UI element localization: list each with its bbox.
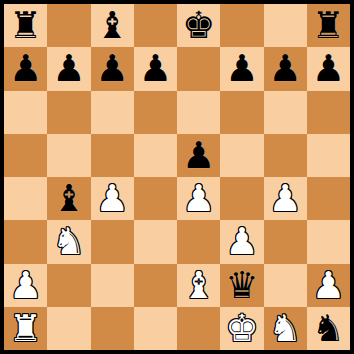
black-king[interactable]: ♚ bbox=[182, 7, 215, 44]
black-pawn[interactable]: ♟ bbox=[182, 137, 215, 174]
black-bishop[interactable]: ♝ bbox=[52, 180, 85, 217]
square-f6[interactable] bbox=[220, 91, 263, 134]
square-c4[interactable]: ♟ bbox=[91, 177, 134, 220]
white-knight[interactable]: ♞ bbox=[269, 310, 302, 347]
square-e5[interactable]: ♟ bbox=[177, 134, 220, 177]
black-pawn[interactable]: ♟ bbox=[225, 50, 258, 87]
black-pawn[interactable]: ♟ bbox=[52, 50, 85, 87]
square-a1[interactable]: ♜ bbox=[4, 307, 47, 350]
square-c2[interactable] bbox=[91, 264, 134, 307]
square-g7[interactable]: ♟ bbox=[264, 47, 307, 90]
square-b4[interactable]: ♝ bbox=[47, 177, 90, 220]
square-g5[interactable] bbox=[264, 134, 307, 177]
white-king[interactable]: ♚ bbox=[225, 310, 258, 347]
black-pawn[interactable]: ♟ bbox=[9, 50, 42, 87]
square-a2[interactable]: ♟ bbox=[4, 264, 47, 307]
square-c8[interactable]: ♝ bbox=[91, 4, 134, 47]
white-pawn[interactable]: ♟ bbox=[269, 180, 302, 217]
black-pawn[interactable]: ♟ bbox=[96, 50, 129, 87]
chess-board: ♜♝♚♜♟♟♟♟♟♟♟♟♝♟♟♟♞♟♟♝♛♟♜♚♞♞ bbox=[4, 4, 350, 350]
square-g1[interactable]: ♞ bbox=[264, 307, 307, 350]
white-bishop[interactable]: ♝ bbox=[182, 267, 215, 304]
square-e3[interactable] bbox=[177, 220, 220, 263]
square-d3[interactable] bbox=[134, 220, 177, 263]
square-b5[interactable] bbox=[47, 134, 90, 177]
white-pawn[interactable]: ♟ bbox=[96, 180, 129, 217]
square-a8[interactable]: ♜ bbox=[4, 4, 47, 47]
square-d5[interactable] bbox=[134, 134, 177, 177]
square-f4[interactable] bbox=[220, 177, 263, 220]
white-knight[interactable]: ♞ bbox=[52, 223, 85, 260]
square-f2[interactable]: ♛ bbox=[220, 264, 263, 307]
square-d8[interactable] bbox=[134, 4, 177, 47]
square-f5[interactable] bbox=[220, 134, 263, 177]
square-f1[interactable]: ♚ bbox=[220, 307, 263, 350]
square-g8[interactable] bbox=[264, 4, 307, 47]
square-d1[interactable] bbox=[134, 307, 177, 350]
square-f3[interactable]: ♟ bbox=[220, 220, 263, 263]
square-d7[interactable]: ♟ bbox=[134, 47, 177, 90]
square-e8[interactable]: ♚ bbox=[177, 4, 220, 47]
square-c7[interactable]: ♟ bbox=[91, 47, 134, 90]
square-e7[interactable] bbox=[177, 47, 220, 90]
black-pawn[interactable]: ♟ bbox=[269, 50, 302, 87]
square-g2[interactable] bbox=[264, 264, 307, 307]
square-h5[interactable] bbox=[307, 134, 350, 177]
black-bishop[interactable]: ♝ bbox=[96, 7, 129, 44]
square-e2[interactable]: ♝ bbox=[177, 264, 220, 307]
square-h1[interactable]: ♞ bbox=[307, 307, 350, 350]
square-b7[interactable]: ♟ bbox=[47, 47, 90, 90]
square-d2[interactable] bbox=[134, 264, 177, 307]
black-knight[interactable]: ♞ bbox=[312, 310, 345, 347]
square-h3[interactable] bbox=[307, 220, 350, 263]
square-a6[interactable] bbox=[4, 91, 47, 134]
square-c3[interactable] bbox=[91, 220, 134, 263]
square-f7[interactable]: ♟ bbox=[220, 47, 263, 90]
black-rook[interactable]: ♜ bbox=[312, 7, 345, 44]
square-h8[interactable]: ♜ bbox=[307, 4, 350, 47]
square-b2[interactable] bbox=[47, 264, 90, 307]
square-c1[interactable] bbox=[91, 307, 134, 350]
black-pawn[interactable]: ♟ bbox=[312, 50, 345, 87]
square-g4[interactable]: ♟ bbox=[264, 177, 307, 220]
square-a4[interactable] bbox=[4, 177, 47, 220]
white-rook[interactable]: ♜ bbox=[9, 310, 42, 347]
black-queen[interactable]: ♛ bbox=[225, 267, 258, 304]
square-b1[interactable] bbox=[47, 307, 90, 350]
chess-board-frame: ♜♝♚♜♟♟♟♟♟♟♟♟♝♟♟♟♞♟♟♝♛♟♜♚♞♞ bbox=[0, 0, 354, 354]
square-b8[interactable] bbox=[47, 4, 90, 47]
square-g3[interactable] bbox=[264, 220, 307, 263]
square-d6[interactable] bbox=[134, 91, 177, 134]
square-b6[interactable] bbox=[47, 91, 90, 134]
square-a5[interactable] bbox=[4, 134, 47, 177]
square-e6[interactable] bbox=[177, 91, 220, 134]
black-rook[interactable]: ♜ bbox=[9, 7, 42, 44]
square-f8[interactable] bbox=[220, 4, 263, 47]
square-g6[interactable] bbox=[264, 91, 307, 134]
square-b3[interactable]: ♞ bbox=[47, 220, 90, 263]
square-h4[interactable] bbox=[307, 177, 350, 220]
square-c5[interactable] bbox=[91, 134, 134, 177]
white-pawn[interactable]: ♟ bbox=[312, 267, 345, 304]
square-c6[interactable] bbox=[91, 91, 134, 134]
square-e4[interactable]: ♟ bbox=[177, 177, 220, 220]
white-pawn[interactable]: ♟ bbox=[182, 180, 215, 217]
black-pawn[interactable]: ♟ bbox=[139, 50, 172, 87]
square-h2[interactable]: ♟ bbox=[307, 264, 350, 307]
square-h6[interactable] bbox=[307, 91, 350, 134]
white-pawn[interactable]: ♟ bbox=[9, 267, 42, 304]
square-h7[interactable]: ♟ bbox=[307, 47, 350, 90]
white-pawn[interactable]: ♟ bbox=[225, 223, 258, 260]
square-a7[interactable]: ♟ bbox=[4, 47, 47, 90]
square-d4[interactable] bbox=[134, 177, 177, 220]
square-e1[interactable] bbox=[177, 307, 220, 350]
square-a3[interactable] bbox=[4, 220, 47, 263]
